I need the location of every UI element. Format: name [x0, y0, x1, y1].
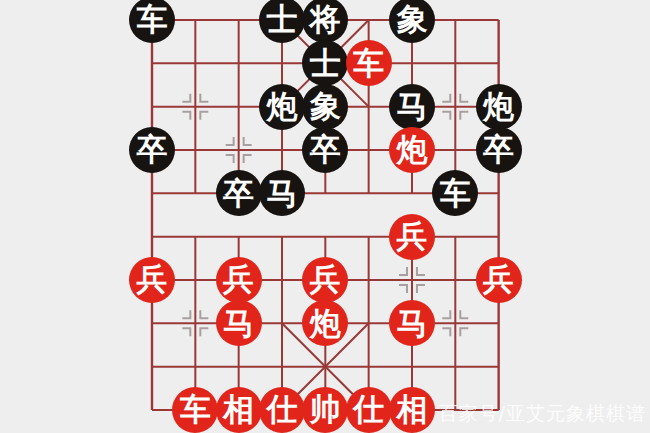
board-point[interactable] — [174, 345, 217, 388]
piece-red-soldier[interactable]: 兵 — [129, 257, 175, 303]
piece-red-horse[interactable]: 马 — [216, 300, 262, 346]
board-point[interactable]: 马 — [390, 302, 433, 345]
board-point[interactable] — [390, 258, 433, 301]
board-point[interactable]: 炮 — [390, 128, 433, 171]
board-point[interactable] — [130, 388, 173, 431]
board-point[interactable] — [347, 0, 390, 42]
piece-black-horse[interactable]: 马 — [389, 84, 435, 130]
board-point[interactable] — [130, 85, 173, 128]
piece-black-soldier[interactable]: 卒 — [129, 127, 175, 173]
piece-black-cannon[interactable]: 炮 — [476, 84, 522, 130]
board-point[interactable] — [174, 258, 217, 301]
board-point[interactable] — [260, 42, 303, 85]
board-point[interactable] — [260, 215, 303, 258]
board-point[interactable]: 炮 — [304, 302, 347, 345]
piece-black-advisor[interactable]: 士 — [259, 0, 305, 43]
board-point[interactable] — [260, 345, 303, 388]
board-point[interactable] — [390, 172, 433, 215]
piece-black-chariot[interactable]: 车 — [129, 0, 175, 43]
piece-black-soldier[interactable]: 卒 — [476, 127, 522, 173]
board-point[interactable] — [434, 215, 477, 258]
board-point[interactable]: 士 — [304, 42, 347, 85]
board-point[interactable]: 士 — [260, 0, 303, 42]
board-point[interactable] — [130, 302, 173, 345]
board-point[interactable]: 帅 — [304, 388, 347, 431]
board-point[interactable] — [347, 258, 390, 301]
board-point[interactable]: 炮 — [477, 85, 520, 128]
piece-red-chariot[interactable]: 车 — [172, 387, 218, 433]
board-point[interactable] — [304, 215, 347, 258]
board-point[interactable]: 车 — [130, 0, 173, 42]
xiangqi-board: 车士将象士车炮象马炮卒卒炮卒卒马车兵兵兵兵兵马炮马车相仕帅仕相 — [130, 0, 520, 432]
board-point[interactable] — [347, 215, 390, 258]
board-point[interactable] — [130, 172, 173, 215]
board-point[interactable]: 马 — [260, 172, 303, 215]
board-point[interactable]: 相 — [390, 388, 433, 431]
board-point[interactable]: 相 — [217, 388, 260, 431]
piece-red-cannon[interactable]: 炮 — [302, 300, 348, 346]
piece-red-soldier[interactable]: 兵 — [389, 214, 435, 260]
board-point[interactable] — [174, 85, 217, 128]
piece-red-horse[interactable]: 马 — [389, 300, 435, 346]
board-point[interactable]: 卒 — [130, 128, 173, 171]
board-point[interactable]: 仕 — [347, 388, 390, 431]
board-point[interactable]: 卒 — [304, 128, 347, 171]
board-point[interactable] — [434, 128, 477, 171]
board-point[interactable] — [174, 172, 217, 215]
board-point[interactable] — [347, 345, 390, 388]
piece-red-advisor[interactable]: 仕 — [346, 387, 392, 433]
board-point[interactable] — [477, 42, 520, 85]
board-point[interactable] — [174, 42, 217, 85]
board-point[interactable] — [477, 172, 520, 215]
board-point[interactable] — [130, 215, 173, 258]
board-point[interactable] — [434, 85, 477, 128]
board-point[interactable]: 车 — [434, 172, 477, 215]
board-point[interactable]: 卒 — [217, 172, 260, 215]
board-point[interactable] — [347, 85, 390, 128]
board-point[interactable] — [434, 42, 477, 85]
piece-black-elephant[interactable]: 象 — [302, 84, 348, 130]
board-point[interactable] — [217, 85, 260, 128]
xiangqi-app-screen: 车士将象士车炮象马炮卒卒炮卒卒马车兵兵兵兵兵马炮马车相仕帅仕相 百家号/亚艾元象… — [0, 0, 650, 433]
board-point[interactable] — [174, 302, 217, 345]
piece-red-chariot[interactable]: 车 — [346, 40, 392, 86]
board-point[interactable] — [434, 302, 477, 345]
board-point[interactable]: 仕 — [260, 388, 303, 431]
board-point[interactable] — [174, 0, 217, 42]
board-point[interactable] — [347, 128, 390, 171]
board-point[interactable] — [347, 302, 390, 345]
board-point[interactable] — [434, 0, 477, 42]
board-point[interactable] — [130, 345, 173, 388]
watermark: 百家号/亚艾元象棋棋谱 — [439, 401, 646, 427]
board-point[interactable]: 兵 — [390, 215, 433, 258]
board-point[interactable] — [217, 0, 260, 42]
piece-black-general[interactable]: 将 — [302, 0, 348, 43]
board-point[interactable]: 马 — [217, 302, 260, 345]
board-point[interactable] — [217, 345, 260, 388]
board-point[interactable] — [434, 345, 477, 388]
board-point[interactable]: 车 — [347, 42, 390, 85]
board-point[interactable] — [477, 302, 520, 345]
board-point[interactable] — [217, 215, 260, 258]
piece-black-chariot[interactable]: 车 — [432, 170, 478, 216]
piece-black-soldier[interactable]: 卒 — [216, 170, 262, 216]
board-point[interactable] — [477, 215, 520, 258]
board-point[interactable] — [390, 42, 433, 85]
board-point[interactable] — [477, 345, 520, 388]
board-point[interactable]: 兵 — [477, 258, 520, 301]
piece-red-soldier[interactable]: 兵 — [216, 257, 262, 303]
piece-red-advisor[interactable]: 仕 — [259, 387, 305, 433]
board-point[interactable] — [260, 128, 303, 171]
piece-red-soldier[interactable]: 兵 — [302, 257, 348, 303]
board-point[interactable]: 象 — [304, 85, 347, 128]
board-point[interactable] — [304, 345, 347, 388]
board-point[interactable]: 兵 — [304, 258, 347, 301]
piece-black-elephant[interactable]: 象 — [389, 0, 435, 43]
board-point[interactable]: 炮 — [260, 85, 303, 128]
board-point[interactable] — [130, 42, 173, 85]
piece-red-cannon[interactable]: 炮 — [389, 127, 435, 173]
board-point[interactable] — [260, 302, 303, 345]
board-point[interactable] — [174, 215, 217, 258]
board-point[interactable]: 兵 — [217, 258, 260, 301]
board-point[interactable] — [390, 345, 433, 388]
board-point[interactable] — [304, 172, 347, 215]
board-point[interactable]: 卒 — [477, 128, 520, 171]
board-point[interactable]: 象 — [390, 0, 433, 42]
board-point[interactable] — [347, 172, 390, 215]
piece-black-soldier[interactable]: 卒 — [302, 127, 348, 173]
board-point[interactable] — [434, 258, 477, 301]
piece-red-elephant[interactable]: 相 — [216, 387, 262, 433]
piece-black-horse[interactable]: 马 — [259, 170, 305, 216]
piece-red-soldier[interactable]: 兵 — [476, 257, 522, 303]
board-point[interactable]: 车 — [174, 388, 217, 431]
piece-red-elephant[interactable]: 相 — [389, 387, 435, 433]
board-point[interactable] — [477, 0, 520, 42]
board-point[interactable]: 马 — [390, 85, 433, 128]
board-point[interactable] — [260, 258, 303, 301]
piece-black-cannon[interactable]: 炮 — [259, 84, 305, 130]
piece-black-advisor[interactable]: 士 — [302, 40, 348, 86]
board-point[interactable] — [217, 42, 260, 85]
board-point[interactable] — [174, 128, 217, 171]
board-point[interactable]: 兵 — [130, 258, 173, 301]
piece-red-general[interactable]: 帅 — [302, 387, 348, 433]
board-point[interactable]: 将 — [304, 0, 347, 42]
board-point[interactable] — [217, 128, 260, 171]
